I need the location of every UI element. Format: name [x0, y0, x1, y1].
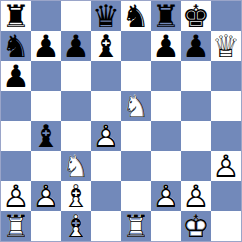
square-a4[interactable]	[1, 121, 31, 151]
square-h1[interactable]	[211, 211, 241, 241]
white-piece-outline: ♖	[1, 211, 31, 241]
square-f1[interactable]	[151, 211, 181, 241]
square-c1[interactable]: ♝♗	[61, 211, 91, 241]
piece-wN-e5[interactable]: ♞♘	[121, 91, 151, 121]
piece-bP-f7[interactable]: ♟	[151, 31, 181, 61]
white-piece-outline: ♘	[61, 151, 91, 181]
square-e8[interactable]: ♞	[121, 1, 151, 31]
square-e4[interactable]	[121, 121, 151, 151]
white-piece-outline: ♗	[61, 211, 91, 241]
square-d2[interactable]	[91, 181, 121, 211]
piece-bP-c7[interactable]: ♟	[61, 31, 91, 61]
piece-wP-h3[interactable]: ♟♙	[211, 151, 241, 181]
piece-bR-a8[interactable]: ♜	[1, 1, 31, 31]
white-piece-outline: ♙	[151, 181, 181, 211]
square-a3[interactable]	[1, 151, 31, 181]
square-h6[interactable]	[211, 61, 241, 91]
square-f8[interactable]: ♜	[151, 1, 181, 31]
white-piece-outline: ♕	[211, 31, 241, 61]
square-a6[interactable]: ♟	[1, 61, 31, 91]
square-d3[interactable]	[91, 151, 121, 181]
square-h8[interactable]	[211, 1, 241, 31]
piece-bB-b4[interactable]: ♝	[31, 121, 61, 151]
square-f6[interactable]	[151, 61, 181, 91]
piece-bQ-d8[interactable]: ♛	[91, 1, 121, 31]
square-a5[interactable]	[1, 91, 31, 121]
piece-wB-c1[interactable]: ♝♗	[61, 211, 91, 241]
piece-wQ-h7[interactable]: ♛♕	[211, 31, 241, 61]
piece-wP-a2[interactable]: ♟♙	[1, 181, 31, 211]
square-c3[interactable]: ♞♘	[61, 151, 91, 181]
white-piece-outline: ♙	[181, 181, 211, 211]
square-e6[interactable]	[121, 61, 151, 91]
square-b8[interactable]	[31, 1, 61, 31]
square-h4[interactable]	[211, 121, 241, 151]
square-b7[interactable]: ♟	[31, 31, 61, 61]
square-b6[interactable]	[31, 61, 61, 91]
piece-bP-a6[interactable]: ♟	[1, 61, 31, 91]
piece-bN-a7[interactable]: ♞	[1, 31, 31, 61]
piece-wB-c2[interactable]: ♝♗	[61, 181, 91, 211]
piece-wP-g2[interactable]: ♟♙	[181, 181, 211, 211]
square-e7[interactable]	[121, 31, 151, 61]
chess-board: ♜♛♞♜♚♞♟♟♝♟♟♛♕♟♞♘♝♟♙♞♘♟♙♟♙♟♙♝♗♟♙♟♙♜♖♝♗♜♖♚…	[0, 0, 242, 242]
square-e5[interactable]: ♞♘	[121, 91, 151, 121]
square-g5[interactable]	[181, 91, 211, 121]
piece-bB-d7[interactable]: ♝	[91, 31, 121, 61]
square-g1[interactable]: ♚♔	[181, 211, 211, 241]
piece-bP-b7[interactable]: ♟	[31, 31, 61, 61]
piece-wP-b2[interactable]: ♟♙	[31, 181, 61, 211]
square-b3[interactable]	[31, 151, 61, 181]
square-c8[interactable]	[61, 1, 91, 31]
square-h2[interactable]	[211, 181, 241, 211]
piece-bK-g8[interactable]: ♚	[181, 1, 211, 31]
square-e3[interactable]	[121, 151, 151, 181]
square-b2[interactable]: ♟♙	[31, 181, 61, 211]
piece-bP-g7[interactable]: ♟	[181, 31, 211, 61]
square-b4[interactable]: ♝	[31, 121, 61, 151]
square-c2[interactable]: ♝♗	[61, 181, 91, 211]
white-piece-outline: ♔	[181, 211, 211, 241]
square-a2[interactable]: ♟♙	[1, 181, 31, 211]
piece-wN-c3[interactable]: ♞♘	[61, 151, 91, 181]
piece-wP-d4[interactable]: ♟♙	[91, 121, 121, 151]
square-c7[interactable]: ♟	[61, 31, 91, 61]
square-b1[interactable]	[31, 211, 61, 241]
square-f2[interactable]: ♟♙	[151, 181, 181, 211]
piece-wP-f2[interactable]: ♟♙	[151, 181, 181, 211]
square-c4[interactable]	[61, 121, 91, 151]
square-a1[interactable]: ♜♖	[1, 211, 31, 241]
piece-bN-e8[interactable]: ♞	[121, 1, 151, 31]
square-d7[interactable]: ♝	[91, 31, 121, 61]
square-c5[interactable]	[61, 91, 91, 121]
white-piece-outline: ♙	[31, 181, 61, 211]
square-d4[interactable]: ♟♙	[91, 121, 121, 151]
square-e2[interactable]	[121, 181, 151, 211]
square-d1[interactable]	[91, 211, 121, 241]
square-f7[interactable]: ♟	[151, 31, 181, 61]
square-g2[interactable]: ♟♙	[181, 181, 211, 211]
square-d5[interactable]	[91, 91, 121, 121]
square-d6[interactable]	[91, 61, 121, 91]
square-f4[interactable]	[151, 121, 181, 151]
square-f3[interactable]	[151, 151, 181, 181]
square-a7[interactable]: ♞	[1, 31, 31, 61]
square-d8[interactable]: ♛	[91, 1, 121, 31]
square-h7[interactable]: ♛♕	[211, 31, 241, 61]
white-piece-outline: ♙	[211, 151, 241, 181]
piece-wR-e1[interactable]: ♜♖	[121, 211, 151, 241]
square-g4[interactable]	[181, 121, 211, 151]
square-g8[interactable]: ♚	[181, 1, 211, 31]
white-piece-outline: ♙	[91, 121, 121, 151]
white-piece-outline: ♙	[1, 181, 31, 211]
piece-wK-g1[interactable]: ♚♔	[181, 211, 211, 241]
square-g6[interactable]	[181, 61, 211, 91]
white-piece-outline: ♗	[61, 181, 91, 211]
square-g3[interactable]	[181, 151, 211, 181]
square-e1[interactable]: ♜♖	[121, 211, 151, 241]
white-piece-outline: ♘	[121, 91, 151, 121]
square-c6[interactable]	[61, 61, 91, 91]
piece-wR-a1[interactable]: ♜♖	[1, 211, 31, 241]
square-g7[interactable]: ♟	[181, 31, 211, 61]
square-h5[interactable]	[211, 91, 241, 121]
square-a8[interactable]: ♜	[1, 1, 31, 31]
square-f5[interactable]	[151, 91, 181, 121]
square-b5[interactable]	[31, 91, 61, 121]
white-piece-outline: ♖	[121, 211, 151, 241]
piece-bR-f8[interactable]: ♜	[151, 1, 181, 31]
square-h3[interactable]: ♟♙	[211, 151, 241, 181]
